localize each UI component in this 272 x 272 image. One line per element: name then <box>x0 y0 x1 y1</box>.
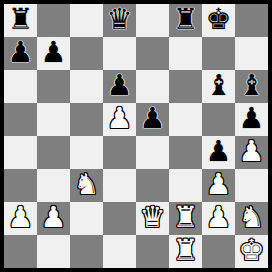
square-d2[interactable] <box>103 202 136 235</box>
square-e8[interactable] <box>136 4 169 37</box>
square-f8[interactable]: ♜ <box>169 4 202 37</box>
square-f4[interactable] <box>169 136 202 169</box>
square-f7[interactable] <box>169 37 202 70</box>
square-c8[interactable] <box>70 4 103 37</box>
square-c5[interactable] <box>70 103 103 136</box>
square-h5[interactable]: ♟ <box>235 103 268 136</box>
chess-board: ♜♛♜♚♟♟♟♝♝♟♟♟♟♟♞♟♟♟♛♜♟♞♜♚ <box>0 0 272 272</box>
square-c1[interactable] <box>70 235 103 268</box>
square-a5[interactable] <box>4 103 37 136</box>
black-pawn-piece[interactable]: ♟ <box>239 103 265 135</box>
square-b8[interactable] <box>37 4 70 37</box>
square-d7[interactable] <box>103 37 136 70</box>
white-pawn-piece[interactable]: ♟ <box>107 103 133 135</box>
white-rook-piece[interactable]: ♜ <box>173 235 199 267</box>
square-b7[interactable]: ♟ <box>37 37 70 70</box>
square-g7[interactable] <box>202 37 235 70</box>
square-b4[interactable] <box>37 136 70 169</box>
square-e4[interactable] <box>136 136 169 169</box>
white-pawn-piece[interactable]: ♟ <box>41 202 67 234</box>
square-a4[interactable] <box>4 136 37 169</box>
white-pawn-piece[interactable]: ♟ <box>206 169 232 201</box>
square-a2[interactable]: ♟ <box>4 202 37 235</box>
square-g3[interactable]: ♟ <box>202 169 235 202</box>
square-f3[interactable] <box>169 169 202 202</box>
square-f5[interactable] <box>169 103 202 136</box>
square-g6[interactable]: ♝ <box>202 70 235 103</box>
square-a3[interactable] <box>4 169 37 202</box>
square-h3[interactable] <box>235 169 268 202</box>
square-h2[interactable]: ♞ <box>235 202 268 235</box>
black-pawn-piece[interactable]: ♟ <box>8 37 34 69</box>
square-d1[interactable] <box>103 235 136 268</box>
white-pawn-piece[interactable]: ♟ <box>206 202 232 234</box>
square-d3[interactable] <box>103 169 136 202</box>
square-d8[interactable]: ♛ <box>103 4 136 37</box>
black-bishop-piece[interactable]: ♝ <box>206 70 232 102</box>
square-b3[interactable] <box>37 169 70 202</box>
square-a1[interactable] <box>4 235 37 268</box>
black-pawn-piece[interactable]: ♟ <box>41 37 67 69</box>
board-grid: ♜♛♜♚♟♟♟♝♝♟♟♟♟♟♞♟♟♟♛♜♟♞♜♚ <box>4 4 268 268</box>
white-knight-piece[interactable]: ♞ <box>74 169 100 201</box>
square-c2[interactable] <box>70 202 103 235</box>
black-king-piece[interactable]: ♚ <box>206 4 232 36</box>
square-b1[interactable] <box>37 235 70 268</box>
square-c4[interactable] <box>70 136 103 169</box>
square-g8[interactable]: ♚ <box>202 4 235 37</box>
square-f2[interactable]: ♜ <box>169 202 202 235</box>
square-a7[interactable]: ♟ <box>4 37 37 70</box>
white-knight-piece[interactable]: ♞ <box>239 202 265 234</box>
square-e5[interactable]: ♟ <box>136 103 169 136</box>
white-king-piece[interactable]: ♚ <box>239 235 265 267</box>
square-e3[interactable] <box>136 169 169 202</box>
square-d5[interactable]: ♟ <box>103 103 136 136</box>
square-h1[interactable]: ♚ <box>235 235 268 268</box>
square-g2[interactable]: ♟ <box>202 202 235 235</box>
square-a6[interactable] <box>4 70 37 103</box>
square-b5[interactable] <box>37 103 70 136</box>
square-c7[interactable] <box>70 37 103 70</box>
square-e7[interactable] <box>136 37 169 70</box>
square-e6[interactable] <box>136 70 169 103</box>
square-d4[interactable] <box>103 136 136 169</box>
square-c6[interactable] <box>70 70 103 103</box>
square-h8[interactable] <box>235 4 268 37</box>
square-h4[interactable]: ♟ <box>235 136 268 169</box>
black-rook-piece[interactable]: ♜ <box>173 4 199 36</box>
white-pawn-piece[interactable]: ♟ <box>239 136 265 168</box>
square-e2[interactable]: ♛ <box>136 202 169 235</box>
square-b6[interactable] <box>37 70 70 103</box>
black-pawn-piece[interactable]: ♟ <box>206 136 232 168</box>
white-queen-piece[interactable]: ♛ <box>140 202 166 234</box>
square-g5[interactable] <box>202 103 235 136</box>
black-bishop-piece[interactable]: ♝ <box>239 70 265 102</box>
square-g1[interactable] <box>202 235 235 268</box>
square-f1[interactable]: ♜ <box>169 235 202 268</box>
square-h6[interactable]: ♝ <box>235 70 268 103</box>
black-pawn-piece[interactable]: ♟ <box>107 70 133 102</box>
square-g4[interactable]: ♟ <box>202 136 235 169</box>
white-rook-piece[interactable]: ♜ <box>173 202 199 234</box>
black-queen-piece[interactable]: ♛ <box>107 4 133 36</box>
square-d6[interactable]: ♟ <box>103 70 136 103</box>
square-b2[interactable]: ♟ <box>37 202 70 235</box>
square-h7[interactable] <box>235 37 268 70</box>
black-pawn-piece[interactable]: ♟ <box>140 103 166 135</box>
square-f6[interactable] <box>169 70 202 103</box>
black-rook-piece[interactable]: ♜ <box>8 4 34 36</box>
white-pawn-piece[interactable]: ♟ <box>8 202 34 234</box>
square-c3[interactable]: ♞ <box>70 169 103 202</box>
square-a8[interactable]: ♜ <box>4 4 37 37</box>
square-e1[interactable] <box>136 235 169 268</box>
